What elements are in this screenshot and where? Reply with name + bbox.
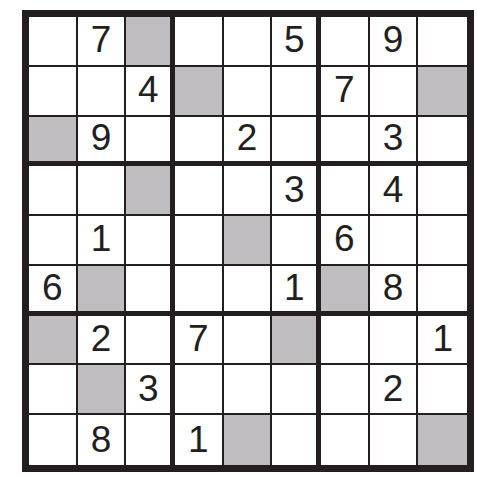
cell-r6c9[interactable] bbox=[418, 266, 467, 316]
cell-r2c4[interactable] bbox=[175, 67, 224, 117]
cell-r9c1[interactable] bbox=[29, 415, 78, 465]
cell-r3c7[interactable] bbox=[321, 117, 370, 167]
cell-r4c9[interactable] bbox=[418, 166, 467, 216]
cell-r9c9[interactable] bbox=[418, 415, 467, 465]
cell-r7c4[interactable]: 7 bbox=[175, 316, 224, 366]
cell-r2c7[interactable]: 7 bbox=[321, 67, 370, 117]
cell-r4c2[interactable] bbox=[78, 166, 127, 216]
cell-r6c2[interactable] bbox=[78, 266, 127, 316]
cell-r1c5[interactable] bbox=[224, 17, 273, 67]
cell-r6c8[interactable]: 8 bbox=[370, 266, 419, 316]
cell-r5c9[interactable] bbox=[418, 216, 467, 266]
cell-r7c2[interactable]: 2 bbox=[78, 316, 127, 366]
cell-r4c7[interactable] bbox=[321, 166, 370, 216]
cell-r1c1[interactable] bbox=[29, 17, 78, 67]
cell-r6c6[interactable]: 1 bbox=[272, 266, 321, 316]
cell-r5c2[interactable]: 1 bbox=[78, 216, 127, 266]
cell-r8c3[interactable]: 3 bbox=[126, 365, 175, 415]
cell-r1c3[interactable] bbox=[126, 17, 175, 67]
cell-r8c4[interactable] bbox=[175, 365, 224, 415]
cell-r3c8[interactable]: 3 bbox=[370, 117, 419, 167]
sudoku-board: 7594792334166182713281 bbox=[22, 10, 474, 472]
cell-r7c3[interactable] bbox=[126, 316, 175, 366]
cell-r2c3[interactable]: 4 bbox=[126, 67, 175, 117]
cell-r7c7[interactable] bbox=[321, 316, 370, 366]
cell-r4c6[interactable]: 3 bbox=[272, 166, 321, 216]
cell-r1c8[interactable]: 9 bbox=[370, 17, 419, 67]
cell-r8c8[interactable]: 2 bbox=[370, 365, 419, 415]
cell-r8c2[interactable] bbox=[78, 365, 127, 415]
cell-r5c7[interactable]: 6 bbox=[321, 216, 370, 266]
cell-r5c3[interactable] bbox=[126, 216, 175, 266]
cell-r1c2[interactable]: 7 bbox=[78, 17, 127, 67]
cell-r9c8[interactable] bbox=[370, 415, 419, 465]
cell-r2c8[interactable] bbox=[370, 67, 419, 117]
cell-r2c2[interactable] bbox=[78, 67, 127, 117]
cell-r4c3[interactable] bbox=[126, 166, 175, 216]
cell-r9c7[interactable] bbox=[321, 415, 370, 465]
cell-r3c1[interactable] bbox=[29, 117, 78, 167]
cell-r1c7[interactable] bbox=[321, 17, 370, 67]
cell-r7c8[interactable] bbox=[370, 316, 419, 366]
cell-r3c4[interactable] bbox=[175, 117, 224, 167]
cell-r9c3[interactable] bbox=[126, 415, 175, 465]
cell-r9c4[interactable]: 1 bbox=[175, 415, 224, 465]
cell-r6c3[interactable] bbox=[126, 266, 175, 316]
cell-r2c5[interactable] bbox=[224, 67, 273, 117]
cell-r3c2[interactable]: 9 bbox=[78, 117, 127, 167]
cell-r7c9[interactable]: 1 bbox=[418, 316, 467, 366]
cell-r5c8[interactable] bbox=[370, 216, 419, 266]
cell-r6c7[interactable] bbox=[321, 266, 370, 316]
cell-r1c4[interactable] bbox=[175, 17, 224, 67]
cell-r1c9[interactable] bbox=[418, 17, 467, 67]
cell-r8c7[interactable] bbox=[321, 365, 370, 415]
cell-r2c9[interactable] bbox=[418, 67, 467, 117]
cell-r9c5[interactable] bbox=[224, 415, 273, 465]
cell-r5c4[interactable] bbox=[175, 216, 224, 266]
cell-r9c6[interactable] bbox=[272, 415, 321, 465]
cell-r7c6[interactable] bbox=[272, 316, 321, 366]
cell-r8c1[interactable] bbox=[29, 365, 78, 415]
cell-r3c9[interactable] bbox=[418, 117, 467, 167]
cell-r8c6[interactable] bbox=[272, 365, 321, 415]
cell-r5c1[interactable] bbox=[29, 216, 78, 266]
cell-r4c4[interactable] bbox=[175, 166, 224, 216]
cell-r8c9[interactable] bbox=[418, 365, 467, 415]
cell-r4c5[interactable] bbox=[224, 166, 273, 216]
cell-r2c1[interactable] bbox=[29, 67, 78, 117]
cell-r7c5[interactable] bbox=[224, 316, 273, 366]
cell-r6c5[interactable] bbox=[224, 266, 273, 316]
cell-r3c5[interactable]: 2 bbox=[224, 117, 273, 167]
page: 7594792334166182713281 bbox=[0, 0, 477, 478]
cell-r4c8[interactable]: 4 bbox=[370, 166, 419, 216]
cell-r5c6[interactable] bbox=[272, 216, 321, 266]
cell-r2c6[interactable] bbox=[272, 67, 321, 117]
cell-r6c1[interactable]: 6 bbox=[29, 266, 78, 316]
cell-r8c5[interactable] bbox=[224, 365, 273, 415]
cell-r3c3[interactable] bbox=[126, 117, 175, 167]
cell-r4c1[interactable] bbox=[29, 166, 78, 216]
cell-r7c1[interactable] bbox=[29, 316, 78, 366]
cell-r6c4[interactable] bbox=[175, 266, 224, 316]
cell-r9c2[interactable]: 8 bbox=[78, 415, 127, 465]
cell-r1c6[interactable]: 5 bbox=[272, 17, 321, 67]
cell-r5c5[interactable] bbox=[224, 216, 273, 266]
cell-r3c6[interactable] bbox=[272, 117, 321, 167]
